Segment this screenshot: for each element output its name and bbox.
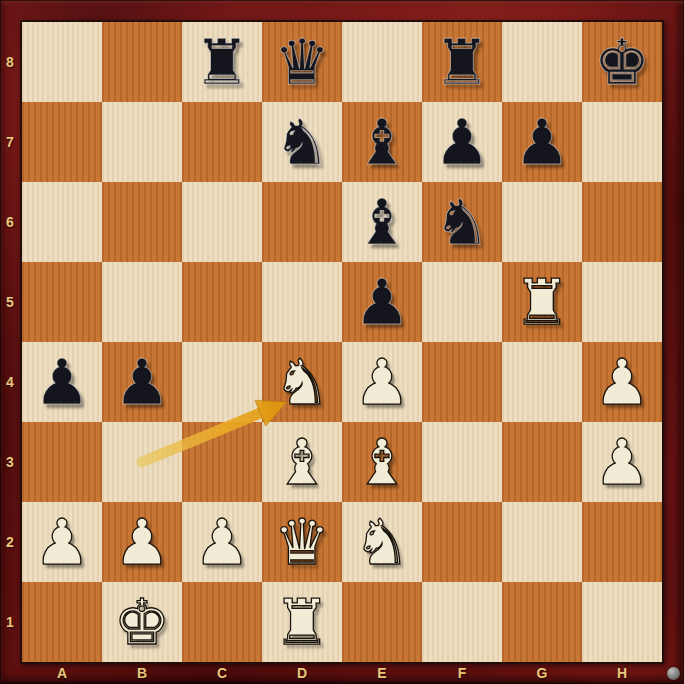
piece-white-rook[interactable]: ♜ xyxy=(502,262,582,342)
square-f7[interactable]: ♟ xyxy=(422,102,502,182)
rank-label-3: 3 xyxy=(0,422,20,502)
square-h7[interactable] xyxy=(582,102,662,182)
piece-black-rook[interactable]: ♜ xyxy=(422,22,502,102)
rank-coordinates: 87654321 xyxy=(0,22,20,662)
square-a4[interactable]: ♟ xyxy=(22,342,102,422)
piece-black-pawn[interactable]: ♟ xyxy=(22,342,102,422)
piece-black-bishop[interactable]: ♝ xyxy=(342,102,422,182)
square-d3[interactable]: ♝ xyxy=(262,422,342,502)
rank-label-1: 1 xyxy=(0,582,20,662)
piece-white-knight[interactable]: ♞ xyxy=(342,502,422,582)
square-h3[interactable]: ♟ xyxy=(582,422,662,502)
square-a6[interactable] xyxy=(22,182,102,262)
piece-black-pawn[interactable]: ♟ xyxy=(102,342,182,422)
square-d5[interactable] xyxy=(262,262,342,342)
square-e7[interactable]: ♝ xyxy=(342,102,422,182)
square-a3[interactable] xyxy=(22,422,102,502)
piece-black-queen[interactable]: ♛ xyxy=(262,22,342,102)
square-f6[interactable]: ♞ xyxy=(422,182,502,262)
square-b2[interactable]: ♟ xyxy=(102,502,182,582)
square-h6[interactable] xyxy=(582,182,662,262)
square-f8[interactable]: ♜ xyxy=(422,22,502,102)
piece-white-queen[interactable]: ♛ xyxy=(262,502,342,582)
square-c7[interactable] xyxy=(182,102,262,182)
square-g8[interactable] xyxy=(502,22,582,102)
square-b1[interactable]: ♚ xyxy=(102,582,182,662)
square-b3[interactable] xyxy=(102,422,182,502)
square-d2[interactable]: ♛ xyxy=(262,502,342,582)
square-d7[interactable]: ♞ xyxy=(262,102,342,182)
chess-board: ♜♛♜♚♞♝♟♟♝♞♟♜♟♟♞♟♟♝♝♟♟♟♟♛♞♚♜ xyxy=(20,20,664,664)
square-e4[interactable]: ♟ xyxy=(342,342,422,422)
chess-board-window: 87654321 ♜♛♜♚♞♝♟♟♝♞♟♜♟♟♞♟♟♝♝♟♟♟♟♛♞♚♜ ABC… xyxy=(0,0,684,684)
piece-black-pawn[interactable]: ♟ xyxy=(422,102,502,182)
square-g1[interactable] xyxy=(502,582,582,662)
file-label-b: B xyxy=(102,662,182,684)
square-e2[interactable]: ♞ xyxy=(342,502,422,582)
piece-white-king[interactable]: ♚ xyxy=(102,582,182,662)
piece-black-pawn[interactable]: ♟ xyxy=(502,102,582,182)
square-f4[interactable] xyxy=(422,342,502,422)
file-label-h: H xyxy=(582,662,662,684)
square-e3[interactable]: ♝ xyxy=(342,422,422,502)
square-h4[interactable]: ♟ xyxy=(582,342,662,422)
file-label-g: G xyxy=(502,662,582,684)
square-c1[interactable] xyxy=(182,582,262,662)
piece-white-pawn[interactable]: ♟ xyxy=(342,342,422,422)
board-squares: ♜♛♜♚♞♝♟♟♝♞♟♜♟♟♞♟♟♝♝♟♟♟♟♛♞♚♜ xyxy=(22,22,662,662)
piece-white-pawn[interactable]: ♟ xyxy=(182,502,262,582)
square-e6[interactable]: ♝ xyxy=(342,182,422,262)
piece-black-knight[interactable]: ♞ xyxy=(262,102,342,182)
square-a2[interactable]: ♟ xyxy=(22,502,102,582)
piece-white-pawn[interactable]: ♟ xyxy=(582,342,662,422)
file-label-e: E xyxy=(342,662,422,684)
rank-label-6: 6 xyxy=(0,182,20,262)
square-f3[interactable] xyxy=(422,422,502,502)
square-e1[interactable] xyxy=(342,582,422,662)
square-a1[interactable] xyxy=(22,582,102,662)
square-g2[interactable] xyxy=(502,502,582,582)
square-c3[interactable] xyxy=(182,422,262,502)
square-h8[interactable]: ♚ xyxy=(582,22,662,102)
piece-black-pawn[interactable]: ♟ xyxy=(342,262,422,342)
square-g6[interactable] xyxy=(502,182,582,262)
square-g3[interactable] xyxy=(502,422,582,502)
rank-label-8: 8 xyxy=(0,22,20,102)
file-label-a: A xyxy=(22,662,102,684)
piece-white-rook[interactable]: ♜ xyxy=(262,582,342,662)
square-b4[interactable]: ♟ xyxy=(102,342,182,422)
square-g5[interactable]: ♜ xyxy=(502,262,582,342)
square-b7[interactable] xyxy=(102,102,182,182)
square-h5[interactable] xyxy=(582,262,662,342)
file-label-f: F xyxy=(422,662,502,684)
square-e8[interactable] xyxy=(342,22,422,102)
square-f2[interactable] xyxy=(422,502,502,582)
piece-white-bishop[interactable]: ♝ xyxy=(342,422,422,502)
square-c6[interactable] xyxy=(182,182,262,262)
rank-label-7: 7 xyxy=(0,102,20,182)
square-b6[interactable] xyxy=(102,182,182,262)
square-a8[interactable] xyxy=(22,22,102,102)
file-coordinates: ABCDEFGH xyxy=(22,662,662,684)
square-d6[interactable] xyxy=(262,182,342,262)
square-a7[interactable] xyxy=(22,102,102,182)
square-d4[interactable]: ♞ xyxy=(262,342,342,422)
square-h1[interactable] xyxy=(582,582,662,662)
resize-handle-dot[interactable] xyxy=(667,667,680,680)
square-d1[interactable]: ♜ xyxy=(262,582,342,662)
piece-black-bishop[interactable]: ♝ xyxy=(342,182,422,262)
piece-black-king[interactable]: ♚ xyxy=(582,22,662,102)
square-c5[interactable] xyxy=(182,262,262,342)
piece-white-knight[interactable]: ♞ xyxy=(262,342,342,422)
piece-black-knight[interactable]: ♞ xyxy=(422,182,502,262)
square-b5[interactable] xyxy=(102,262,182,342)
square-g7[interactable]: ♟ xyxy=(502,102,582,182)
square-a5[interactable] xyxy=(22,262,102,342)
rank-label-5: 5 xyxy=(0,262,20,342)
square-d8[interactable]: ♛ xyxy=(262,22,342,102)
square-b8[interactable] xyxy=(102,22,182,102)
file-label-d: D xyxy=(262,662,342,684)
file-label-c: C xyxy=(182,662,262,684)
square-f5[interactable] xyxy=(422,262,502,342)
piece-white-pawn[interactable]: ♟ xyxy=(102,502,182,582)
piece-black-rook[interactable]: ♜ xyxy=(182,22,262,102)
square-e5[interactable]: ♟ xyxy=(342,262,422,342)
piece-white-pawn[interactable]: ♟ xyxy=(582,422,662,502)
square-c8[interactable]: ♜ xyxy=(182,22,262,102)
square-c4[interactable] xyxy=(182,342,262,422)
piece-white-bishop[interactable]: ♝ xyxy=(262,422,342,502)
square-c2[interactable]: ♟ xyxy=(182,502,262,582)
rank-label-4: 4 xyxy=(0,342,20,422)
square-f1[interactable] xyxy=(422,582,502,662)
rank-label-2: 2 xyxy=(0,502,20,582)
square-g4[interactable] xyxy=(502,342,582,422)
square-h2[interactable] xyxy=(582,502,662,582)
piece-white-pawn[interactable]: ♟ xyxy=(22,502,102,582)
